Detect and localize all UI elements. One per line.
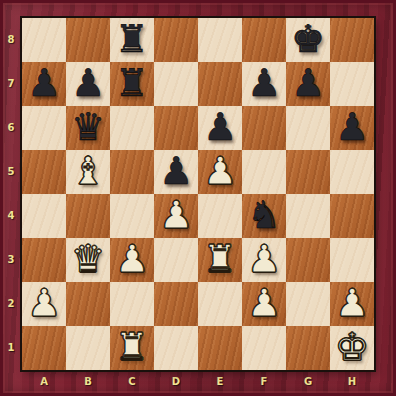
piece-black-pawn[interactable]: ♟: [203, 108, 237, 146]
square-a7[interactable]: ♟: [22, 62, 66, 106]
square-g8[interactable]: ♚: [286, 18, 330, 62]
piece-white-pawn[interactable]: ♟: [335, 284, 369, 322]
square-a3[interactable]: [22, 238, 66, 282]
square-f2[interactable]: ♟: [242, 282, 286, 326]
square-f4[interactable]: ♞: [242, 194, 286, 238]
square-e5[interactable]: ♟: [198, 150, 242, 194]
square-f7[interactable]: ♟: [242, 62, 286, 106]
square-f3[interactable]: ♟: [242, 238, 286, 282]
piece-white-queen[interactable]: ♛: [71, 240, 105, 278]
piece-white-pawn[interactable]: ♟: [27, 284, 61, 322]
rank-label-5: 5: [0, 150, 22, 194]
square-b7[interactable]: ♟: [66, 62, 110, 106]
square-a2[interactable]: ♟: [22, 282, 66, 326]
square-c7[interactable]: ♜: [110, 62, 154, 106]
square-g3[interactable]: [286, 238, 330, 282]
piece-black-pawn[interactable]: ♟: [27, 64, 61, 102]
square-g5[interactable]: [286, 150, 330, 194]
square-g6[interactable]: [286, 106, 330, 150]
square-e3[interactable]: ♜: [198, 238, 242, 282]
square-b6[interactable]: ♛: [66, 106, 110, 150]
rank-label-3: 3: [0, 238, 22, 282]
square-g1[interactable]: [286, 326, 330, 370]
piece-white-pawn[interactable]: ♟: [247, 240, 281, 278]
square-h2[interactable]: ♟: [330, 282, 374, 326]
square-b3[interactable]: ♛: [66, 238, 110, 282]
piece-white-pawn[interactable]: ♟: [159, 196, 193, 234]
square-h5[interactable]: [330, 150, 374, 194]
piece-white-bishop[interactable]: ♝: [71, 152, 105, 190]
piece-black-pawn[interactable]: ♟: [159, 152, 193, 190]
square-d7[interactable]: [154, 62, 198, 106]
piece-black-pawn[interactable]: ♟: [247, 64, 281, 102]
file-label-d: D: [154, 370, 198, 396]
piece-white-pawn[interactable]: ♟: [247, 284, 281, 322]
square-h7[interactable]: [330, 62, 374, 106]
square-g4[interactable]: [286, 194, 330, 238]
square-c4[interactable]: [110, 194, 154, 238]
square-d8[interactable]: [154, 18, 198, 62]
piece-black-queen[interactable]: ♛: [71, 108, 105, 146]
square-d4[interactable]: ♟: [154, 194, 198, 238]
rank-label-2: 2: [0, 282, 22, 326]
rank-label-1: 1: [0, 326, 22, 370]
square-d3[interactable]: [154, 238, 198, 282]
piece-black-pawn[interactable]: ♟: [291, 64, 325, 102]
square-d6[interactable]: [154, 106, 198, 150]
square-a1[interactable]: [22, 326, 66, 370]
piece-black-knight[interactable]: ♞: [247, 196, 281, 234]
chess-board-frame: 87654321 ABCDEFGH ♜♚♟♟♜♟♟♛♟♟♝♟♟♟♞♛♟♜♟♟♟♟…: [0, 0, 396, 396]
square-b4[interactable]: [66, 194, 110, 238]
square-e6[interactable]: ♟: [198, 106, 242, 150]
piece-black-rook[interactable]: ♜: [115, 20, 149, 58]
square-e7[interactable]: [198, 62, 242, 106]
piece-white-rook[interactable]: ♜: [203, 240, 237, 278]
file-label-b: B: [66, 370, 110, 396]
square-f5[interactable]: [242, 150, 286, 194]
rank-label-8: 8: [0, 18, 22, 62]
piece-white-king[interactable]: ♚: [335, 328, 369, 366]
piece-black-pawn[interactable]: ♟: [71, 64, 105, 102]
square-c2[interactable]: [110, 282, 154, 326]
file-label-a: A: [22, 370, 66, 396]
square-h6[interactable]: ♟: [330, 106, 374, 150]
file-label-e: E: [198, 370, 242, 396]
square-c6[interactable]: [110, 106, 154, 150]
square-c8[interactable]: ♜: [110, 18, 154, 62]
square-h1[interactable]: ♚: [330, 326, 374, 370]
square-e2[interactable]: [198, 282, 242, 326]
square-c1[interactable]: ♜: [110, 326, 154, 370]
piece-white-rook[interactable]: ♜: [115, 328, 149, 366]
file-label-c: C: [110, 370, 154, 396]
square-d2[interactable]: [154, 282, 198, 326]
square-a5[interactable]: [22, 150, 66, 194]
chess-board: ♜♚♟♟♜♟♟♛♟♟♝♟♟♟♞♛♟♜♟♟♟♟♜♚: [22, 18, 374, 370]
file-label-h: H: [330, 370, 374, 396]
piece-white-pawn[interactable]: ♟: [203, 152, 237, 190]
square-h4[interactable]: [330, 194, 374, 238]
square-c3[interactable]: ♟: [110, 238, 154, 282]
square-b8[interactable]: [66, 18, 110, 62]
square-d1[interactable]: [154, 326, 198, 370]
piece-white-pawn[interactable]: ♟: [115, 240, 149, 278]
piece-black-pawn[interactable]: ♟: [335, 108, 369, 146]
piece-black-rook[interactable]: ♜: [115, 64, 149, 102]
square-h8[interactable]: [330, 18, 374, 62]
square-e4[interactable]: [198, 194, 242, 238]
square-d5[interactable]: ♟: [154, 150, 198, 194]
square-a6[interactable]: [22, 106, 66, 150]
square-h3[interactable]: [330, 238, 374, 282]
square-b2[interactable]: [66, 282, 110, 326]
square-e1[interactable]: [198, 326, 242, 370]
square-a4[interactable]: [22, 194, 66, 238]
square-b5[interactable]: ♝: [66, 150, 110, 194]
square-e8[interactable]: [198, 18, 242, 62]
square-c5[interactable]: [110, 150, 154, 194]
piece-black-king[interactable]: ♚: [291, 20, 325, 58]
square-b1[interactable]: [66, 326, 110, 370]
square-f1[interactable]: [242, 326, 286, 370]
square-f6[interactable]: [242, 106, 286, 150]
square-f8[interactable]: [242, 18, 286, 62]
rank-label-4: 4: [0, 194, 22, 238]
rank-label-6: 6: [0, 106, 22, 150]
rank-label-7: 7: [0, 62, 22, 106]
square-g2[interactable]: [286, 282, 330, 326]
square-a8[interactable]: [22, 18, 66, 62]
file-label-g: G: [286, 370, 330, 396]
square-g7[interactable]: ♟: [286, 62, 330, 106]
file-label-f: F: [242, 370, 286, 396]
